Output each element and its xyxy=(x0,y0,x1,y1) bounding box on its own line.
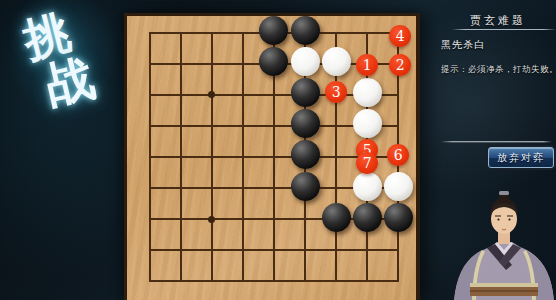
black-stone xyxy=(291,78,320,107)
black-stone xyxy=(291,109,320,138)
move-marker: 3 xyxy=(325,81,347,103)
black-stone xyxy=(322,203,351,232)
give-up-button[interactable]: 放弃对弈 xyxy=(488,147,554,168)
panel-divider xyxy=(441,141,552,143)
black-stone xyxy=(384,203,413,232)
grid-line xyxy=(149,249,400,251)
move-marker: 1 xyxy=(356,54,378,76)
banner-char-2: 战 xyxy=(39,45,100,118)
move-marker: 7 xyxy=(356,152,378,174)
black-stone xyxy=(353,203,382,232)
black-stone xyxy=(291,140,320,169)
move-marker: 4 xyxy=(389,25,411,47)
white-stone xyxy=(353,109,382,138)
white-stone xyxy=(291,47,320,76)
hint-text: 提示：必须净杀，打劫失败。 xyxy=(441,64,556,76)
grid-line xyxy=(149,280,400,282)
task-text: 黑先杀白 xyxy=(441,38,485,52)
npc-portrait xyxy=(452,190,556,300)
star-point xyxy=(208,216,215,223)
banner-char-1: 挑 xyxy=(17,1,77,72)
black-stone xyxy=(291,172,320,201)
white-stone xyxy=(353,172,382,201)
puzzle-title: 贾玄难题 xyxy=(440,13,556,28)
white-stone xyxy=(353,78,382,107)
move-marker: 2 xyxy=(389,54,411,76)
black-stone xyxy=(291,16,320,45)
title-divider xyxy=(452,29,556,30)
white-stone xyxy=(322,47,351,76)
go-board[interactable]: 1234567 xyxy=(124,13,420,300)
white-stone xyxy=(384,172,413,201)
game-screen: 挑 战 1234567 贾玄难题 黑先杀白 提示：必须净杀，打劫失败。 放弃对弈 xyxy=(0,0,556,300)
